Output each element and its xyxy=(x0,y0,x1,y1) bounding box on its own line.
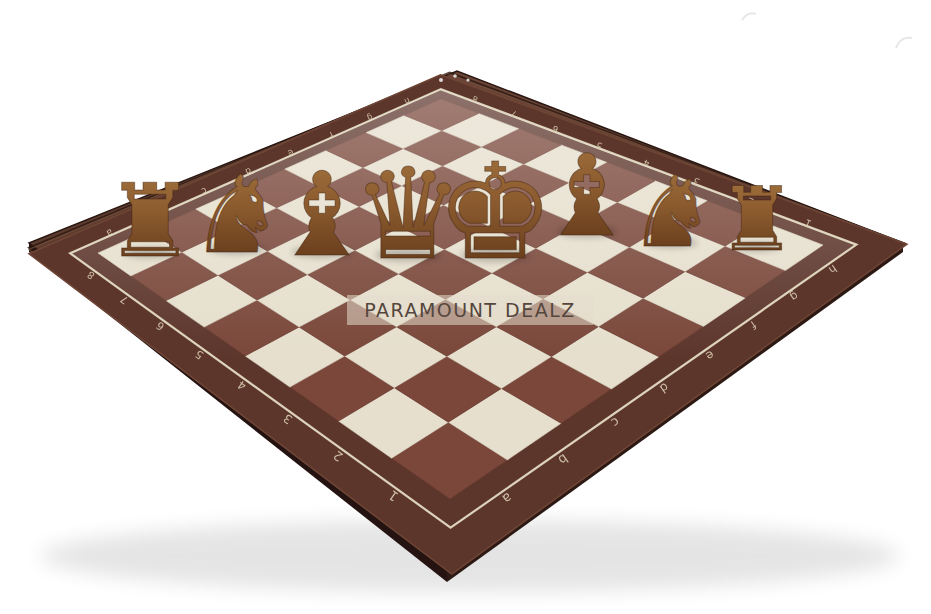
piece-rook-a8: ♜ xyxy=(105,162,196,280)
piece-bishop-f4: ♝ xyxy=(536,130,637,262)
dust-speck-2 xyxy=(466,78,469,81)
background-smudge-0 xyxy=(742,13,756,20)
product-photo: 11aa22bb33cc44dd55ee66ff77gg88hh♜♞♝♛♚♝♞♜… xyxy=(0,0,931,614)
photo-artifacts xyxy=(439,13,912,82)
dust-speck-0 xyxy=(439,78,443,82)
dust-speck-1 xyxy=(453,74,457,78)
watermark-overlay: PARAMOUNT DEALZ xyxy=(347,295,593,325)
piece-rook-h2: ♜ xyxy=(718,168,797,271)
piece-knight-g2: ♞ xyxy=(628,155,716,269)
background-smudge-1 xyxy=(896,38,912,48)
pieces: ♜♞♝♛♚♝♞♜ xyxy=(105,130,797,289)
